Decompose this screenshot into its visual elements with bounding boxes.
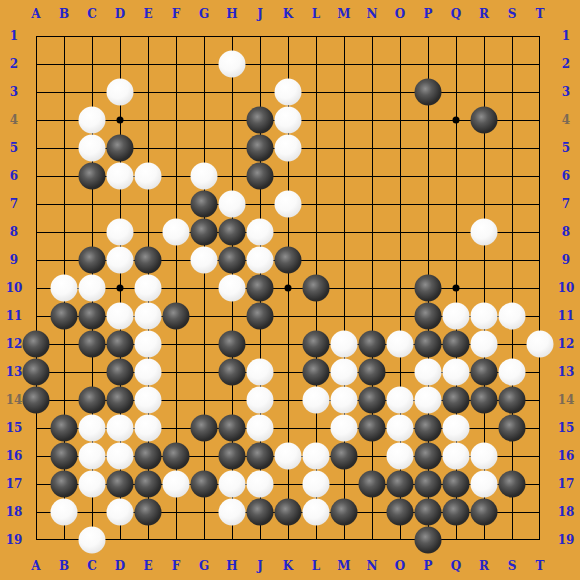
point-S12[interactable] — [498, 330, 526, 358]
point-G2[interactable] — [190, 50, 218, 78]
point-C2[interactable] — [78, 50, 106, 78]
point-B3[interactable] — [50, 78, 78, 106]
point-N4[interactable] — [358, 106, 386, 134]
point-J17[interactable] — [246, 470, 274, 498]
point-C4[interactable] — [78, 106, 106, 134]
point-O12[interactable] — [386, 330, 414, 358]
point-B10[interactable] — [50, 274, 78, 302]
point-K12[interactable] — [274, 330, 302, 358]
point-D9[interactable] — [106, 246, 134, 274]
point-P16[interactable] — [414, 442, 442, 470]
point-E9[interactable] — [134, 246, 162, 274]
point-C3[interactable] — [78, 78, 106, 106]
point-R7[interactable] — [470, 190, 498, 218]
point-K16[interactable] — [274, 442, 302, 470]
point-O5[interactable] — [386, 134, 414, 162]
point-Q13[interactable] — [442, 358, 470, 386]
point-R1[interactable] — [470, 22, 498, 50]
point-L13[interactable] — [302, 358, 330, 386]
point-T8[interactable] — [526, 218, 554, 246]
point-O16[interactable] — [386, 442, 414, 470]
point-Q6[interactable] — [442, 162, 470, 190]
point-D7[interactable] — [106, 190, 134, 218]
point-C14[interactable] — [78, 386, 106, 414]
point-R5[interactable] — [470, 134, 498, 162]
point-L12[interactable] — [302, 330, 330, 358]
point-M15[interactable] — [330, 414, 358, 442]
point-S19[interactable] — [498, 526, 526, 554]
point-C11[interactable] — [78, 302, 106, 330]
point-L3[interactable] — [302, 78, 330, 106]
point-S16[interactable] — [498, 442, 526, 470]
point-P13[interactable] — [414, 358, 442, 386]
point-P4[interactable] — [414, 106, 442, 134]
point-R4[interactable] — [470, 106, 498, 134]
point-N12[interactable] — [358, 330, 386, 358]
point-T15[interactable] — [526, 414, 554, 442]
point-Q12[interactable] — [442, 330, 470, 358]
point-T10[interactable] — [526, 274, 554, 302]
point-D5[interactable] — [106, 134, 134, 162]
point-F5[interactable] — [162, 134, 190, 162]
point-R17[interactable] — [470, 470, 498, 498]
point-K11[interactable] — [274, 302, 302, 330]
point-C17[interactable] — [78, 470, 106, 498]
point-H13[interactable] — [218, 358, 246, 386]
point-F7[interactable] — [162, 190, 190, 218]
point-L18[interactable] — [302, 498, 330, 526]
point-A15[interactable] — [22, 414, 50, 442]
point-T2[interactable] — [526, 50, 554, 78]
point-J14[interactable] — [246, 386, 274, 414]
point-O15[interactable] — [386, 414, 414, 442]
point-N6[interactable] — [358, 162, 386, 190]
point-N10[interactable] — [358, 274, 386, 302]
point-B18[interactable] — [50, 498, 78, 526]
point-Q5[interactable] — [442, 134, 470, 162]
point-A6[interactable] — [22, 162, 50, 190]
point-K10[interactable] — [274, 274, 302, 302]
point-O10[interactable] — [386, 274, 414, 302]
point-J13[interactable] — [246, 358, 274, 386]
point-C19[interactable] — [78, 526, 106, 554]
point-S9[interactable] — [498, 246, 526, 274]
point-O1[interactable] — [386, 22, 414, 50]
point-K19[interactable] — [274, 526, 302, 554]
point-R12[interactable] — [470, 330, 498, 358]
point-G13[interactable] — [190, 358, 218, 386]
point-H3[interactable] — [218, 78, 246, 106]
point-N13[interactable] — [358, 358, 386, 386]
point-F13[interactable] — [162, 358, 190, 386]
point-S13[interactable] — [498, 358, 526, 386]
point-H17[interactable] — [218, 470, 246, 498]
point-S11[interactable] — [498, 302, 526, 330]
point-T1[interactable] — [526, 22, 554, 50]
point-P7[interactable] — [414, 190, 442, 218]
point-F17[interactable] — [162, 470, 190, 498]
point-N16[interactable] — [358, 442, 386, 470]
point-R16[interactable] — [470, 442, 498, 470]
point-G3[interactable] — [190, 78, 218, 106]
point-J6[interactable] — [246, 162, 274, 190]
point-G1[interactable] — [190, 22, 218, 50]
point-M13[interactable] — [330, 358, 358, 386]
point-B2[interactable] — [50, 50, 78, 78]
point-T9[interactable] — [526, 246, 554, 274]
point-M14[interactable] — [330, 386, 358, 414]
point-D4[interactable] — [106, 106, 134, 134]
point-H4[interactable] — [218, 106, 246, 134]
point-P3[interactable] — [414, 78, 442, 106]
point-H14[interactable] — [218, 386, 246, 414]
point-A19[interactable] — [22, 526, 50, 554]
point-F16[interactable] — [162, 442, 190, 470]
point-H10[interactable] — [218, 274, 246, 302]
point-L17[interactable] — [302, 470, 330, 498]
point-T7[interactable] — [526, 190, 554, 218]
point-P10[interactable] — [414, 274, 442, 302]
point-S7[interactable] — [498, 190, 526, 218]
point-Q14[interactable] — [442, 386, 470, 414]
point-O3[interactable] — [386, 78, 414, 106]
point-R11[interactable] — [470, 302, 498, 330]
point-T6[interactable] — [526, 162, 554, 190]
point-A13[interactable] — [22, 358, 50, 386]
point-E16[interactable] — [134, 442, 162, 470]
point-F19[interactable] — [162, 526, 190, 554]
point-J18[interactable] — [246, 498, 274, 526]
point-A12[interactable] — [22, 330, 50, 358]
point-R8[interactable] — [470, 218, 498, 246]
point-A1[interactable] — [22, 22, 50, 50]
point-R3[interactable] — [470, 78, 498, 106]
point-T11[interactable] — [526, 302, 554, 330]
point-S8[interactable] — [498, 218, 526, 246]
point-D11[interactable] — [106, 302, 134, 330]
point-B14[interactable] — [50, 386, 78, 414]
point-K6[interactable] — [274, 162, 302, 190]
point-R18[interactable] — [470, 498, 498, 526]
point-F8[interactable] — [162, 218, 190, 246]
point-K3[interactable] — [274, 78, 302, 106]
point-O2[interactable] — [386, 50, 414, 78]
point-P6[interactable] — [414, 162, 442, 190]
point-L10[interactable] — [302, 274, 330, 302]
point-E18[interactable] — [134, 498, 162, 526]
point-J3[interactable] — [246, 78, 274, 106]
point-A2[interactable] — [22, 50, 50, 78]
point-P12[interactable] — [414, 330, 442, 358]
point-A7[interactable] — [22, 190, 50, 218]
point-C10[interactable] — [78, 274, 106, 302]
point-C18[interactable] — [78, 498, 106, 526]
point-J19[interactable] — [246, 526, 274, 554]
point-Q2[interactable] — [442, 50, 470, 78]
point-E19[interactable] — [134, 526, 162, 554]
point-L2[interactable] — [302, 50, 330, 78]
point-H18[interactable] — [218, 498, 246, 526]
point-G12[interactable] — [190, 330, 218, 358]
point-F12[interactable] — [162, 330, 190, 358]
point-F10[interactable] — [162, 274, 190, 302]
point-G6[interactable] — [190, 162, 218, 190]
point-L16[interactable] — [302, 442, 330, 470]
point-J9[interactable] — [246, 246, 274, 274]
point-H9[interactable] — [218, 246, 246, 274]
point-M1[interactable] — [330, 22, 358, 50]
point-S14[interactable] — [498, 386, 526, 414]
point-Q4[interactable] — [442, 106, 470, 134]
point-M7[interactable] — [330, 190, 358, 218]
point-H16[interactable] — [218, 442, 246, 470]
point-J11[interactable] — [246, 302, 274, 330]
point-E17[interactable] — [134, 470, 162, 498]
point-T13[interactable] — [526, 358, 554, 386]
point-G8[interactable] — [190, 218, 218, 246]
point-C6[interactable] — [78, 162, 106, 190]
point-D12[interactable] — [106, 330, 134, 358]
point-A17[interactable] — [22, 470, 50, 498]
point-P11[interactable] — [414, 302, 442, 330]
point-B11[interactable] — [50, 302, 78, 330]
point-K8[interactable] — [274, 218, 302, 246]
point-L8[interactable] — [302, 218, 330, 246]
point-D18[interactable] — [106, 498, 134, 526]
point-K13[interactable] — [274, 358, 302, 386]
point-P1[interactable] — [414, 22, 442, 50]
point-B1[interactable] — [50, 22, 78, 50]
point-L4[interactable] — [302, 106, 330, 134]
point-O19[interactable] — [386, 526, 414, 554]
point-F1[interactable] — [162, 22, 190, 50]
point-J16[interactable] — [246, 442, 274, 470]
point-O17[interactable] — [386, 470, 414, 498]
point-F4[interactable] — [162, 106, 190, 134]
point-S5[interactable] — [498, 134, 526, 162]
point-D6[interactable] — [106, 162, 134, 190]
point-E3[interactable] — [134, 78, 162, 106]
point-N11[interactable] — [358, 302, 386, 330]
point-E5[interactable] — [134, 134, 162, 162]
point-Q3[interactable] — [442, 78, 470, 106]
point-M9[interactable] — [330, 246, 358, 274]
point-G4[interactable] — [190, 106, 218, 134]
point-D1[interactable] — [106, 22, 134, 50]
point-J15[interactable] — [246, 414, 274, 442]
point-E10[interactable] — [134, 274, 162, 302]
point-L5[interactable] — [302, 134, 330, 162]
point-G19[interactable] — [190, 526, 218, 554]
point-T14[interactable] — [526, 386, 554, 414]
point-C9[interactable] — [78, 246, 106, 274]
point-Q19[interactable] — [442, 526, 470, 554]
point-L11[interactable] — [302, 302, 330, 330]
point-C12[interactable] — [78, 330, 106, 358]
point-B12[interactable] — [50, 330, 78, 358]
point-G14[interactable] — [190, 386, 218, 414]
point-Q9[interactable] — [442, 246, 470, 274]
point-M19[interactable] — [330, 526, 358, 554]
point-N7[interactable] — [358, 190, 386, 218]
point-B13[interactable] — [50, 358, 78, 386]
point-J10[interactable] — [246, 274, 274, 302]
point-M4[interactable] — [330, 106, 358, 134]
point-N3[interactable] — [358, 78, 386, 106]
point-O13[interactable] — [386, 358, 414, 386]
point-B17[interactable] — [50, 470, 78, 498]
point-D17[interactable] — [106, 470, 134, 498]
point-Q17[interactable] — [442, 470, 470, 498]
point-E11[interactable] — [134, 302, 162, 330]
point-R15[interactable] — [470, 414, 498, 442]
point-D14[interactable] — [106, 386, 134, 414]
point-S6[interactable] — [498, 162, 526, 190]
point-H8[interactable] — [218, 218, 246, 246]
point-O14[interactable] — [386, 386, 414, 414]
point-P9[interactable] — [414, 246, 442, 274]
point-A3[interactable] — [22, 78, 50, 106]
point-K15[interactable] — [274, 414, 302, 442]
point-S1[interactable] — [498, 22, 526, 50]
point-E12[interactable] — [134, 330, 162, 358]
point-N17[interactable] — [358, 470, 386, 498]
point-G7[interactable] — [190, 190, 218, 218]
point-N19[interactable] — [358, 526, 386, 554]
point-L6[interactable] — [302, 162, 330, 190]
point-Q10[interactable] — [442, 274, 470, 302]
point-D3[interactable] — [106, 78, 134, 106]
point-J12[interactable] — [246, 330, 274, 358]
point-B19[interactable] — [50, 526, 78, 554]
point-S15[interactable] — [498, 414, 526, 442]
point-P18[interactable] — [414, 498, 442, 526]
point-C5[interactable] — [78, 134, 106, 162]
point-D15[interactable] — [106, 414, 134, 442]
point-F15[interactable] — [162, 414, 190, 442]
point-S10[interactable] — [498, 274, 526, 302]
point-J7[interactable] — [246, 190, 274, 218]
point-A18[interactable] — [22, 498, 50, 526]
point-A8[interactable] — [22, 218, 50, 246]
point-E2[interactable] — [134, 50, 162, 78]
point-A5[interactable] — [22, 134, 50, 162]
point-P19[interactable] — [414, 526, 442, 554]
point-J5[interactable] — [246, 134, 274, 162]
point-K5[interactable] — [274, 134, 302, 162]
point-M6[interactable] — [330, 162, 358, 190]
point-A11[interactable] — [22, 302, 50, 330]
point-C13[interactable] — [78, 358, 106, 386]
point-N8[interactable] — [358, 218, 386, 246]
point-E8[interactable] — [134, 218, 162, 246]
point-G5[interactable] — [190, 134, 218, 162]
point-L15[interactable] — [302, 414, 330, 442]
point-C16[interactable] — [78, 442, 106, 470]
point-T12[interactable] — [526, 330, 554, 358]
point-A9[interactable] — [22, 246, 50, 274]
point-O11[interactable] — [386, 302, 414, 330]
point-N1[interactable] — [358, 22, 386, 50]
point-T5[interactable] — [526, 134, 554, 162]
point-S4[interactable] — [498, 106, 526, 134]
point-D10[interactable] — [106, 274, 134, 302]
point-H6[interactable] — [218, 162, 246, 190]
point-M12[interactable] — [330, 330, 358, 358]
point-G16[interactable] — [190, 442, 218, 470]
point-A16[interactable] — [22, 442, 50, 470]
point-E13[interactable] — [134, 358, 162, 386]
point-Q11[interactable] — [442, 302, 470, 330]
point-F11[interactable] — [162, 302, 190, 330]
point-Q8[interactable] — [442, 218, 470, 246]
point-T4[interactable] — [526, 106, 554, 134]
point-H15[interactable] — [218, 414, 246, 442]
point-F9[interactable] — [162, 246, 190, 274]
point-H2[interactable] — [218, 50, 246, 78]
point-M3[interactable] — [330, 78, 358, 106]
point-F18[interactable] — [162, 498, 190, 526]
point-G17[interactable] — [190, 470, 218, 498]
point-P15[interactable] — [414, 414, 442, 442]
point-E1[interactable] — [134, 22, 162, 50]
point-M2[interactable] — [330, 50, 358, 78]
point-P5[interactable] — [414, 134, 442, 162]
point-L19[interactable] — [302, 526, 330, 554]
point-L7[interactable] — [302, 190, 330, 218]
point-O7[interactable] — [386, 190, 414, 218]
point-M17[interactable] — [330, 470, 358, 498]
point-M8[interactable] — [330, 218, 358, 246]
point-H19[interactable] — [218, 526, 246, 554]
point-R13[interactable] — [470, 358, 498, 386]
point-G15[interactable] — [190, 414, 218, 442]
point-O8[interactable] — [386, 218, 414, 246]
point-E4[interactable] — [134, 106, 162, 134]
point-S18[interactable] — [498, 498, 526, 526]
point-B4[interactable] — [50, 106, 78, 134]
point-N14[interactable] — [358, 386, 386, 414]
point-G10[interactable] — [190, 274, 218, 302]
point-S2[interactable] — [498, 50, 526, 78]
point-B15[interactable] — [50, 414, 78, 442]
point-F14[interactable] — [162, 386, 190, 414]
point-T17[interactable] — [526, 470, 554, 498]
point-C15[interactable] — [78, 414, 106, 442]
point-Q18[interactable] — [442, 498, 470, 526]
point-A10[interactable] — [22, 274, 50, 302]
point-A14[interactable] — [22, 386, 50, 414]
point-R2[interactable] — [470, 50, 498, 78]
point-D2[interactable] — [106, 50, 134, 78]
point-A4[interactable] — [22, 106, 50, 134]
point-N18[interactable] — [358, 498, 386, 526]
point-E14[interactable] — [134, 386, 162, 414]
point-O4[interactable] — [386, 106, 414, 134]
point-H12[interactable] — [218, 330, 246, 358]
point-O6[interactable] — [386, 162, 414, 190]
point-G18[interactable] — [190, 498, 218, 526]
point-N9[interactable] — [358, 246, 386, 274]
point-D19[interactable] — [106, 526, 134, 554]
point-B6[interactable] — [50, 162, 78, 190]
point-E6[interactable] — [134, 162, 162, 190]
point-R9[interactable] — [470, 246, 498, 274]
point-C7[interactable] — [78, 190, 106, 218]
point-M11[interactable] — [330, 302, 358, 330]
point-R10[interactable] — [470, 274, 498, 302]
point-R19[interactable] — [470, 526, 498, 554]
